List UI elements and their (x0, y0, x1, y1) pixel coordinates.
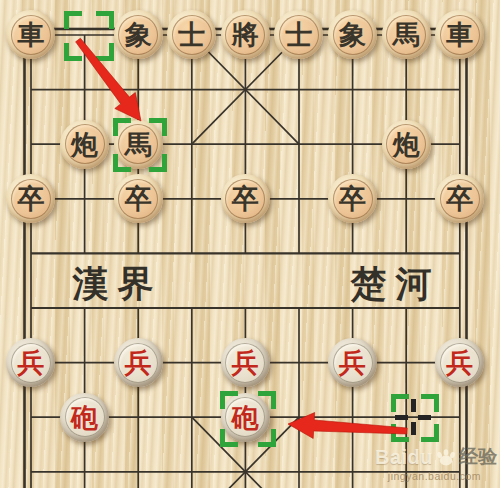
piece-black-soldier[interactable]: 卒 (114, 174, 163, 223)
piece-face: 車 (11, 15, 51, 55)
piece-glyph: 卒 (339, 185, 366, 212)
crosshair-cursor (395, 399, 431, 435)
piece-black-chariot[interactable]: 車 (6, 10, 55, 59)
piece-glyph: 車 (446, 21, 473, 48)
piece-black-elephant[interactable]: 象 (114, 10, 163, 59)
piece-glyph: 卒 (232, 185, 259, 212)
piece-red-soldier[interactable]: 兵 (328, 338, 377, 387)
piece-face: 砲 (65, 397, 105, 437)
piece-glyph: 馬 (393, 21, 420, 48)
piece-glyph: 卒 (446, 185, 473, 212)
piece-black-elephant[interactable]: 象 (328, 10, 377, 59)
baidu-logo-text: Baidu (375, 446, 433, 469)
piece-glyph: 將 (232, 21, 259, 48)
piece-face: 兵 (11, 343, 51, 383)
piece-face: 士 (279, 15, 319, 55)
jingyan-logo-text: 经验 (459, 444, 497, 470)
piece-black-chariot[interactable]: 車 (435, 10, 484, 59)
piece-black-general[interactable]: 將 (221, 10, 270, 59)
piece-red-soldier[interactable]: 兵 (435, 338, 484, 387)
piece-glyph: 馬 (125, 131, 152, 158)
piece-glyph: 士 (178, 21, 205, 48)
piece-black-advisor[interactable]: 士 (167, 10, 216, 59)
piece-glyph: 卒 (125, 185, 152, 212)
piece-face: 象 (118, 15, 158, 55)
piece-glyph: 兵 (125, 349, 152, 376)
piece-glyph: 兵 (339, 349, 366, 376)
piece-black-soldier[interactable]: 卒 (6, 174, 55, 223)
piece-face: 兵 (118, 343, 158, 383)
piece-black-advisor[interactable]: 士 (274, 10, 323, 59)
piece-face: 卒 (118, 179, 158, 219)
piece-black-cannon[interactable]: 炮 (382, 120, 431, 169)
piece-glyph: 兵 (17, 349, 44, 376)
piece-red-cannon[interactable]: 砲 (60, 393, 109, 442)
baidu-paw-icon (434, 445, 458, 469)
piece-face: 將 (225, 15, 265, 55)
piece-face: 車 (440, 15, 480, 55)
watermark: Baidu 经验 jingyan.baidu.com (375, 444, 497, 482)
xiangqi-board: 漢界 楚河 車象士將士象馬車炮馬炮卒卒卒卒卒兵兵兵兵兵砲砲車馬相仕帥仕相馬車 B… (0, 0, 500, 488)
piece-red-cannon[interactable]: 砲 (221, 393, 270, 442)
piece-face: 兵 (225, 343, 265, 383)
piece-red-soldier[interactable]: 兵 (6, 338, 55, 387)
piece-red-soldier[interactable]: 兵 (221, 338, 270, 387)
piece-glyph: 象 (339, 21, 366, 48)
piece-face: 兵 (333, 343, 373, 383)
piece-black-soldier[interactable]: 卒 (435, 174, 484, 223)
piece-glyph: 車 (17, 21, 44, 48)
piece-glyph: 象 (125, 21, 152, 48)
piece-glyph: 兵 (232, 349, 259, 376)
piece-black-soldier[interactable]: 卒 (328, 174, 377, 223)
piece-glyph: 炮 (393, 131, 420, 158)
piece-black-horse[interactable]: 馬 (114, 120, 163, 169)
piece-face: 士 (172, 15, 212, 55)
piece-black-cannon[interactable]: 炮 (60, 120, 109, 169)
piece-glyph: 兵 (446, 349, 473, 376)
piece-face: 砲 (225, 397, 265, 437)
piece-glyph: 士 (285, 21, 312, 48)
piece-glyph: 砲 (232, 404, 259, 431)
piece-glyph: 卒 (17, 185, 44, 212)
piece-face: 馬 (118, 124, 158, 164)
piece-face: 兵 (440, 343, 480, 383)
piece-black-soldier[interactable]: 卒 (221, 174, 270, 223)
piece-face: 馬 (386, 15, 426, 55)
piece-face: 卒 (11, 179, 51, 219)
piece-red-soldier[interactable]: 兵 (114, 338, 163, 387)
piece-face: 炮 (65, 124, 105, 164)
piece-glyph: 砲 (71, 404, 98, 431)
piece-face: 象 (333, 15, 373, 55)
piece-glyph: 炮 (71, 131, 98, 158)
watermark-url: jingyan.baidu.com (375, 470, 481, 482)
piece-face: 炮 (386, 124, 426, 164)
piece-face: 卒 (440, 179, 480, 219)
piece-black-horse[interactable]: 馬 (382, 10, 431, 59)
piece-face: 卒 (225, 179, 265, 219)
piece-face: 卒 (333, 179, 373, 219)
